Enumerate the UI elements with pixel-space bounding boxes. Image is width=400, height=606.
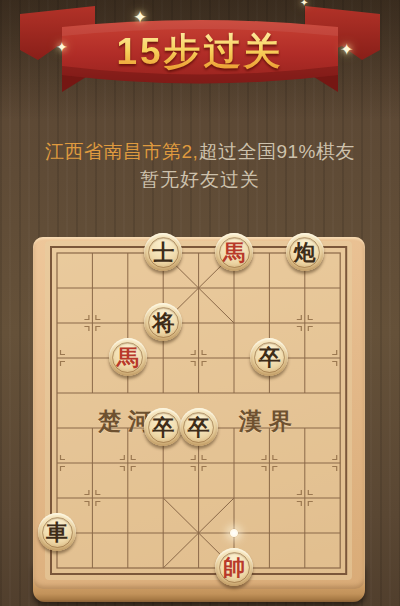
black-pawn[interactable]: 卒 — [180, 408, 218, 446]
red-horse[interactable]: 馬 — [215, 233, 253, 271]
red-general[interactable]: 帥 — [215, 548, 253, 586]
ranking-line: 江西省南昌市第2,超过全国91%棋友 — [0, 139, 400, 165]
black-pawn[interactable]: 卒 — [144, 408, 182, 446]
river-label-right: 漢界 — [239, 406, 299, 437]
level-banner: 15步过关 — [0, 0, 400, 104]
game-screen: 15步过关 ✦✦✦✦ 江西省南昌市第2,超过全国91%棋友 暂无好友过关 楚河 … — [0, 0, 400, 606]
board-surface[interactable]: 楚河 漢界 士馬炮将馬卒卒卒車帥 — [33, 237, 365, 589]
xiangqi-board[interactable]: 楚河 漢界 士馬炮将馬卒卒卒車帥 — [33, 237, 365, 602]
ranking-percent-text: 超过全国91%棋友 — [198, 141, 355, 162]
black-chariot[interactable]: 車 — [38, 513, 76, 551]
black-cannon[interactable]: 炮 — [286, 233, 324, 271]
hint-dot — [230, 529, 239, 538]
friends-status-text: 暂无好友过关 — [0, 167, 400, 193]
level-banner-title: 15步过关 — [0, 27, 400, 77]
red-horse[interactable]: 馬 — [109, 338, 147, 376]
black-advisor[interactable]: 士 — [144, 233, 182, 271]
ranking-rank-text: 江西省南昌市第2, — [45, 141, 198, 162]
black-general[interactable]: 将 — [144, 303, 182, 341]
